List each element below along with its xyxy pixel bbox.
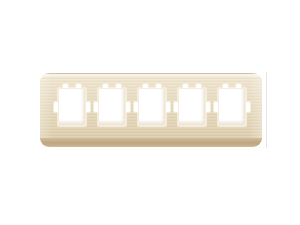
product-photo (0, 0, 300, 225)
frame-window-5 (217, 87, 247, 127)
window-side-notch-right-icon (166, 102, 170, 112)
window-side-notch-right-icon (206, 102, 210, 112)
frame-window-2 (97, 87, 127, 127)
frame-window-3 (137, 87, 167, 127)
window-top-tab-right-icon (156, 84, 161, 88)
window-top-tab-right-icon (116, 84, 121, 88)
switch-frame (40, 73, 262, 147)
window-top-tab-left-icon (183, 84, 188, 88)
window-top-tab-left-icon (143, 84, 148, 88)
window-side-notch-left-icon (214, 102, 218, 112)
window-side-notch-left-icon (134, 102, 138, 112)
window-top-tab-left-icon (63, 84, 68, 88)
window-side-notch-right-icon (126, 102, 130, 112)
frame-windows (57, 87, 247, 127)
window-top-tab-left-icon (103, 84, 108, 88)
window-side-notch-right-icon (86, 102, 90, 112)
frame-window-4 (177, 87, 207, 127)
window-side-notch-left-icon (54, 102, 58, 112)
window-side-notch-left-icon (94, 102, 98, 112)
window-top-tab-right-icon (236, 84, 241, 88)
frame-bottom-bevel (40, 138, 262, 147)
window-top-tab-right-icon (196, 84, 201, 88)
window-side-notch-left-icon (174, 102, 178, 112)
window-side-notch-right-icon (246, 102, 250, 112)
window-top-tab-right-icon (76, 84, 81, 88)
photo-artifact-line (266, 72, 267, 148)
window-top-tab-left-icon (223, 84, 228, 88)
frame-window-1 (57, 87, 87, 127)
